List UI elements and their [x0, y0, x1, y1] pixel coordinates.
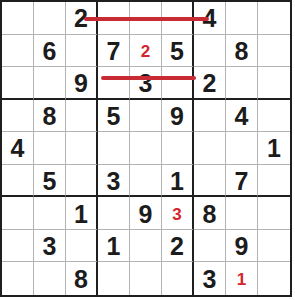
cell-r6c3[interactable] [66, 165, 98, 198]
given-digit: 8 [203, 202, 217, 227]
cell-r2c7[interactable] [194, 35, 226, 68]
cell-r7c4[interactable] [98, 197, 130, 230]
cell-r1c2[interactable] [34, 2, 66, 35]
cell-r3c7[interactable]: 2 [194, 67, 226, 100]
given-digit: 9 [235, 234, 249, 259]
given-digit: 5 [43, 169, 57, 194]
cell-r7c1[interactable] [2, 197, 34, 230]
sudoku-grid: 2467258932859441531719383129831 [2, 2, 290, 295]
pencil-digit-red: 1 [237, 271, 246, 288]
cell-r8c2[interactable]: 3 [34, 230, 66, 263]
cell-r8c1[interactable] [2, 230, 34, 263]
cell-r1c9[interactable] [258, 2, 290, 35]
given-digit: 4 [11, 136, 25, 161]
given-digit: 7 [235, 169, 249, 194]
cell-r2c2[interactable]: 6 [34, 35, 66, 68]
given-digit: 3 [139, 71, 153, 96]
given-digit: 1 [74, 202, 88, 227]
cell-r9c6[interactable] [162, 262, 194, 295]
cell-r3c5[interactable]: 3 [130, 67, 162, 100]
cell-r5c5[interactable] [130, 132, 162, 165]
cell-r2c8[interactable]: 8 [226, 35, 258, 68]
cell-r2c5[interactable]: 2 [130, 35, 162, 68]
cell-r1c1[interactable] [2, 2, 34, 35]
cell-r9c8[interactable]: 1 [226, 262, 258, 295]
cell-r5c9[interactable]: 1 [258, 132, 290, 165]
given-digit: 9 [74, 71, 88, 96]
sudoku-board: 2467258932859441531719383129831 [0, 0, 292, 297]
cell-r7c8[interactable] [226, 197, 258, 230]
cell-r2c4[interactable]: 7 [98, 35, 130, 68]
cell-r6c2[interactable]: 5 [34, 165, 66, 198]
cell-r5c2[interactable] [34, 132, 66, 165]
cell-r3c8[interactable] [226, 67, 258, 100]
cell-r7c3[interactable]: 1 [66, 197, 98, 230]
cell-r9c5[interactable] [130, 262, 162, 295]
cell-r8c6[interactable]: 2 [162, 230, 194, 263]
pencil-digit-red: 3 [172, 206, 181, 223]
cell-r7c5[interactable]: 9 [130, 197, 162, 230]
given-digit: 8 [74, 267, 88, 292]
cell-r7c7[interactable]: 8 [194, 197, 226, 230]
cell-r4c3[interactable] [66, 100, 98, 133]
cell-r6c7[interactable] [194, 165, 226, 198]
cell-r3c4[interactable] [98, 67, 130, 100]
cell-r7c6[interactable]: 3 [162, 197, 194, 230]
given-digit: 1 [267, 136, 281, 161]
cell-r6c1[interactable] [2, 165, 34, 198]
given-digit: 1 [170, 169, 184, 194]
given-digit: 3 [43, 234, 57, 259]
given-digit: 3 [107, 169, 121, 194]
cell-r3c6[interactable] [162, 67, 194, 100]
given-digit: 5 [170, 39, 184, 64]
cell-r9c3[interactable]: 8 [66, 262, 98, 295]
cell-r5c7[interactable] [194, 132, 226, 165]
cell-r4c4[interactable]: 5 [98, 100, 130, 133]
cell-r6c9[interactable] [258, 165, 290, 198]
cell-r9c2[interactable] [34, 262, 66, 295]
cell-r6c4[interactable]: 3 [98, 165, 130, 198]
cell-r9c4[interactable] [98, 262, 130, 295]
given-digit: 2 [170, 234, 184, 259]
cell-r8c4[interactable]: 1 [98, 230, 130, 263]
cell-r2c1[interactable] [2, 35, 34, 68]
cell-r2c9[interactable] [258, 35, 290, 68]
cell-r3c9[interactable] [258, 67, 290, 100]
given-digit: 7 [107, 39, 121, 64]
cell-r8c7[interactable] [194, 230, 226, 263]
given-digit: 9 [139, 202, 153, 227]
given-digit: 9 [170, 104, 184, 129]
cell-r5c4[interactable] [98, 132, 130, 165]
cell-r6c5[interactable] [130, 165, 162, 198]
cell-r5c1[interactable]: 4 [2, 132, 34, 165]
cell-r2c3[interactable] [66, 35, 98, 68]
cell-r4c8[interactable]: 4 [226, 100, 258, 133]
cell-r8c3[interactable] [66, 230, 98, 263]
cell-r6c6[interactable]: 1 [162, 165, 194, 198]
cell-r5c6[interactable] [162, 132, 194, 165]
cell-r9c9[interactable] [258, 262, 290, 295]
cell-r4c9[interactable] [258, 100, 290, 133]
cell-r8c5[interactable] [130, 230, 162, 263]
pencil-digit-red: 2 [141, 43, 150, 60]
cell-r1c8[interactable] [226, 2, 258, 35]
given-digit: 1 [107, 234, 121, 259]
cell-r9c7[interactable]: 3 [194, 262, 226, 295]
cell-r8c8[interactable]: 9 [226, 230, 258, 263]
cell-r5c3[interactable] [66, 132, 98, 165]
given-digit: 6 [43, 39, 57, 64]
cell-r4c7[interactable] [194, 100, 226, 133]
cell-r7c2[interactable] [34, 197, 66, 230]
cell-r4c2[interactable]: 8 [34, 100, 66, 133]
sudoku-app: 2467258932859441531719383129831 [0, 0, 295, 300]
given-digit: 8 [235, 39, 249, 64]
cell-r4c5[interactable] [130, 100, 162, 133]
given-digit: 2 [203, 71, 217, 96]
cell-r8c9[interactable] [258, 230, 290, 263]
cell-r5c8[interactable] [226, 132, 258, 165]
cell-r9c1[interactable] [2, 262, 34, 295]
given-digit: 3 [203, 267, 217, 292]
given-digit: 5 [107, 104, 121, 129]
red-annotation-line-2 [101, 76, 196, 80]
cell-r3c3[interactable]: 9 [66, 67, 98, 100]
cell-r4c6[interactable]: 9 [162, 100, 194, 133]
red-annotation-line-1 [84, 17, 209, 21]
cell-r3c1[interactable] [2, 67, 34, 100]
cell-r3c2[interactable] [34, 67, 66, 100]
cell-r2c6[interactable]: 5 [162, 35, 194, 68]
given-digit: 8 [43, 104, 57, 129]
given-digit: 4 [235, 104, 249, 129]
cell-r6c8[interactable]: 7 [226, 165, 258, 198]
cell-r7c9[interactable] [258, 197, 290, 230]
cell-r4c1[interactable] [2, 100, 34, 133]
